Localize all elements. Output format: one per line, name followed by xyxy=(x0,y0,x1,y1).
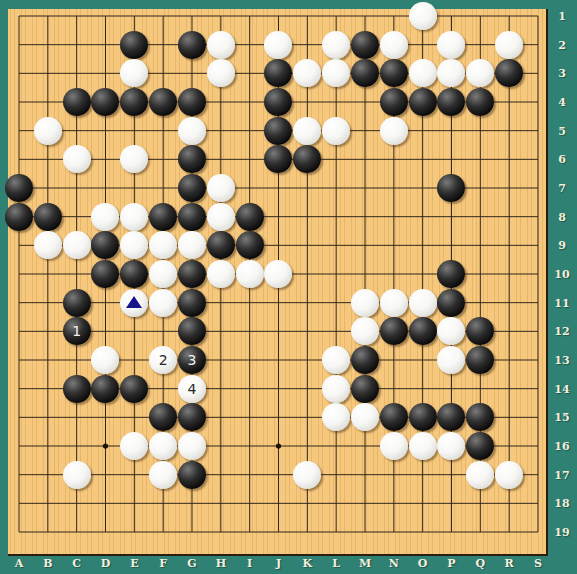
stone-black xyxy=(351,31,379,59)
stone-white xyxy=(207,174,235,202)
stone-black xyxy=(380,403,408,431)
stone-white xyxy=(63,231,91,259)
row-label: 18 xyxy=(554,497,569,510)
col-label: R xyxy=(505,557,514,570)
col-label: K xyxy=(303,557,313,570)
stone-white xyxy=(149,260,177,288)
stone-white xyxy=(409,2,437,30)
stone-black xyxy=(236,231,264,259)
stone-white xyxy=(34,231,62,259)
stone-black xyxy=(264,117,292,145)
stone-black xyxy=(351,375,379,403)
col-label: C xyxy=(72,557,81,570)
col-label: L xyxy=(332,557,340,570)
stone-white xyxy=(380,31,408,59)
stone-white xyxy=(380,289,408,317)
col-label: N xyxy=(389,557,399,570)
stone-black xyxy=(178,260,206,288)
stone-white xyxy=(409,432,437,460)
stone-white xyxy=(264,31,292,59)
col-label: D xyxy=(101,557,111,570)
stone-white xyxy=(207,260,235,288)
row-label: 11 xyxy=(554,296,569,309)
move-number-label: 4 xyxy=(188,382,197,396)
stone-white xyxy=(207,59,235,87)
stone-black xyxy=(380,59,408,87)
stone-white xyxy=(91,203,119,231)
row-label: 19 xyxy=(554,526,569,539)
stone-black xyxy=(236,203,264,231)
star-point xyxy=(103,443,108,448)
row-label: 14 xyxy=(554,382,569,395)
stone-black xyxy=(409,403,437,431)
move-number-label: 1 xyxy=(72,324,81,338)
col-label: I xyxy=(247,557,252,570)
stone-black xyxy=(351,346,379,374)
stone-white xyxy=(63,145,91,173)
stone-white xyxy=(380,117,408,145)
col-label: O xyxy=(418,557,428,570)
stone-white xyxy=(178,432,206,460)
col-label: Q xyxy=(476,557,486,570)
row-label: 1 xyxy=(558,10,566,23)
stone-white xyxy=(149,461,177,489)
move-number-label: 3 xyxy=(188,353,197,367)
star-point xyxy=(276,443,281,448)
row-label: 2 xyxy=(558,38,566,51)
stone-black xyxy=(120,375,148,403)
row-label: 9 xyxy=(558,239,566,252)
stone-black xyxy=(91,375,119,403)
stone-black xyxy=(63,375,91,403)
stone-white xyxy=(120,203,148,231)
row-label: 4 xyxy=(558,96,566,109)
stone-white xyxy=(322,346,350,374)
stone-black xyxy=(120,31,148,59)
stone-black xyxy=(178,203,206,231)
stone-white xyxy=(207,203,235,231)
col-label: A xyxy=(15,557,24,570)
stone-black xyxy=(149,203,177,231)
stone-white xyxy=(149,289,177,317)
stone-white xyxy=(495,31,523,59)
col-label: F xyxy=(159,557,167,570)
move-number-label: 2 xyxy=(159,353,168,367)
row-label: 5 xyxy=(558,124,566,137)
col-label: M xyxy=(359,557,371,570)
row-label: 7 xyxy=(558,182,566,195)
stone-black xyxy=(178,174,206,202)
row-label: 6 xyxy=(558,153,566,166)
stone-white xyxy=(236,260,264,288)
stone-black xyxy=(5,174,33,202)
stone-black xyxy=(409,88,437,116)
row-label: 3 xyxy=(558,67,566,80)
stone-black xyxy=(207,231,235,259)
stone-white xyxy=(351,289,379,317)
stone-white xyxy=(149,432,177,460)
row-label: 8 xyxy=(558,210,566,223)
row-label: 13 xyxy=(554,354,569,367)
col-label: J xyxy=(276,557,281,570)
col-label: B xyxy=(43,557,52,570)
stone-black xyxy=(5,203,33,231)
stone-white xyxy=(495,461,523,489)
go-board-frame: 1234 ABCDEFGHIJKLMNOPQRS 123456789101112… xyxy=(0,0,577,574)
stone-white xyxy=(322,31,350,59)
stone-black: 3 xyxy=(178,346,206,374)
col-label: P xyxy=(447,557,455,570)
stone-black xyxy=(178,461,206,489)
row-label: 16 xyxy=(554,440,569,453)
stone-black xyxy=(149,88,177,116)
stone-white xyxy=(63,461,91,489)
stone-white xyxy=(293,117,321,145)
stone-black xyxy=(178,88,206,116)
stone-white xyxy=(437,31,465,59)
col-label: H xyxy=(216,557,226,570)
stone-black xyxy=(178,31,206,59)
row-label: 15 xyxy=(554,411,569,424)
stone-white xyxy=(409,59,437,87)
stone-white xyxy=(322,375,350,403)
row-label: 12 xyxy=(554,325,569,338)
stone-white: 2 xyxy=(149,346,177,374)
stone-white xyxy=(120,289,148,317)
stone-black xyxy=(409,317,437,345)
stone-black xyxy=(437,289,465,317)
stone-black xyxy=(380,88,408,116)
stone-black xyxy=(380,317,408,345)
stone-white xyxy=(207,31,235,59)
col-label: G xyxy=(187,557,196,570)
stone-black xyxy=(63,289,91,317)
row-label: 17 xyxy=(554,468,569,481)
stone-white xyxy=(380,432,408,460)
col-label: E xyxy=(130,557,138,570)
stone-white xyxy=(293,461,321,489)
stone-black xyxy=(178,289,206,317)
row-label: 10 xyxy=(554,268,569,281)
stone-white: 4 xyxy=(178,375,206,403)
col-label: S xyxy=(534,557,542,570)
goban[interactable]: 1234 xyxy=(8,9,548,556)
stone-white xyxy=(34,117,62,145)
triangle-mark-icon xyxy=(126,296,142,308)
stone-white xyxy=(409,289,437,317)
stone-white xyxy=(178,117,206,145)
stone-black: 1 xyxy=(63,317,91,345)
stone-black xyxy=(34,203,62,231)
stone-white xyxy=(466,461,494,489)
stone-white xyxy=(322,117,350,145)
stone-black xyxy=(63,88,91,116)
